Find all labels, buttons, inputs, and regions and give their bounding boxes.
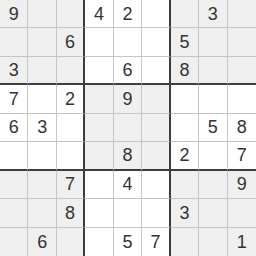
cell-r4c4[interactable]: [85, 85, 113, 113]
cell-r8c8[interactable]: [199, 199, 227, 227]
cell-r9c1[interactable]: [0, 228, 28, 256]
cell-r1c2[interactable]: [28, 0, 56, 28]
cell-r5c1[interactable]: 6: [0, 114, 28, 142]
cell-r4c5[interactable]: 9: [114, 85, 142, 113]
cell-r5c6[interactable]: [142, 114, 170, 142]
cell-r3c7[interactable]: 8: [171, 57, 199, 85]
cell-r1c3[interactable]: [57, 0, 85, 28]
cell-r7c5[interactable]: 4: [114, 171, 142, 199]
cell-r5c8[interactable]: 5: [199, 114, 227, 142]
cell-r9c2[interactable]: 6: [28, 228, 56, 256]
cell-r2c7[interactable]: 5: [171, 28, 199, 56]
cell-r5c5[interactable]: [114, 114, 142, 142]
cell-r1c8[interactable]: 3: [199, 0, 227, 28]
cell-r8c7[interactable]: 3: [171, 199, 199, 227]
cell-r5c9[interactable]: 8: [228, 114, 256, 142]
cell-r7c2[interactable]: [28, 171, 56, 199]
cell-r2c5[interactable]: [114, 28, 142, 56]
cell-r5c4[interactable]: [85, 114, 113, 142]
cell-r4c1[interactable]: 7: [0, 85, 28, 113]
cell-r2c3[interactable]: 6: [57, 28, 85, 56]
cell-r3c1[interactable]: 3: [0, 57, 28, 85]
cell-r2c1[interactable]: [0, 28, 28, 56]
cell-r6c9[interactable]: 7: [228, 142, 256, 170]
cell-r7c1[interactable]: [0, 171, 28, 199]
cell-r7c7[interactable]: [171, 171, 199, 199]
cell-r6c4[interactable]: [85, 142, 113, 170]
cell-r3c3[interactable]: [57, 57, 85, 85]
cell-r6c8[interactable]: [199, 142, 227, 170]
cell-r8c3[interactable]: 8: [57, 199, 85, 227]
cell-r2c6[interactable]: [142, 28, 170, 56]
cell-r7c9[interactable]: 9: [228, 171, 256, 199]
cell-r9c3[interactable]: [57, 228, 85, 256]
cell-r4c3[interactable]: 2: [57, 85, 85, 113]
cell-r7c6[interactable]: [142, 171, 170, 199]
cell-r3c5[interactable]: 6: [114, 57, 142, 85]
cell-r8c9[interactable]: [228, 199, 256, 227]
cell-r4c8[interactable]: [199, 85, 227, 113]
cell-r8c1[interactable]: [0, 199, 28, 227]
cell-r2c8[interactable]: [199, 28, 227, 56]
cell-r8c5[interactable]: [114, 199, 142, 227]
cell-r7c3[interactable]: 7: [57, 171, 85, 199]
cell-r2c2[interactable]: [28, 28, 56, 56]
cell-r9c6[interactable]: 7: [142, 228, 170, 256]
cell-r9c4[interactable]: [85, 228, 113, 256]
cell-r3c2[interactable]: [28, 57, 56, 85]
cell-r4c2[interactable]: [28, 85, 56, 113]
cell-r9c5[interactable]: 5: [114, 228, 142, 256]
cell-r4c6[interactable]: [142, 85, 170, 113]
cell-r5c3[interactable]: [57, 114, 85, 142]
cell-r1c9[interactable]: [228, 0, 256, 28]
cell-r6c5[interactable]: 8: [114, 142, 142, 170]
cell-r9c9[interactable]: 1: [228, 228, 256, 256]
sudoku-board: 9423653687296358827749836571: [0, 0, 256, 256]
cell-r6c6[interactable]: [142, 142, 170, 170]
cell-r2c9[interactable]: [228, 28, 256, 56]
cell-r1c7[interactable]: [171, 0, 199, 28]
cell-r9c7[interactable]: [171, 228, 199, 256]
cell-r3c9[interactable]: [228, 57, 256, 85]
cell-r2c4[interactable]: [85, 28, 113, 56]
cell-r4c9[interactable]: [228, 85, 256, 113]
cell-r3c8[interactable]: [199, 57, 227, 85]
cell-r5c7[interactable]: [171, 114, 199, 142]
cell-r6c3[interactable]: [57, 142, 85, 170]
cell-r8c2[interactable]: [28, 199, 56, 227]
cell-r7c4[interactable]: [85, 171, 113, 199]
cell-r9c8[interactable]: [199, 228, 227, 256]
cell-r3c4[interactable]: [85, 57, 113, 85]
cell-r1c4[interactable]: 4: [85, 0, 113, 28]
cell-r6c7[interactable]: 2: [171, 142, 199, 170]
cell-r1c6[interactable]: [142, 0, 170, 28]
cell-r7c8[interactable]: [199, 171, 227, 199]
cell-r6c2[interactable]: [28, 142, 56, 170]
cell-r1c5[interactable]: 2: [114, 0, 142, 28]
cell-r6c1[interactable]: [0, 142, 28, 170]
cell-r8c6[interactable]: [142, 199, 170, 227]
cell-r8c4[interactable]: [85, 199, 113, 227]
cell-r1c1[interactable]: 9: [0, 0, 28, 28]
cell-r3c6[interactable]: [142, 57, 170, 85]
cell-r4c7[interactable]: [171, 85, 199, 113]
cell-r5c2[interactable]: 3: [28, 114, 56, 142]
